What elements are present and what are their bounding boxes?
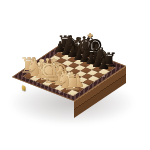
piece-white-rook[interactable]: ♜ bbox=[63, 72, 83, 94]
pieces-layer: ♜♞♝♛♚✚♝♞♜♟♟♟♟♟♟♟♟♟♟♟♟♟♟♟♟♜♞♝♛♚♝♞♜ bbox=[0, 0, 150, 150]
product-photo: ♜♞♝♛♚✚♝♞♜♟♟♟♟♟♟♟♟♟♟♟♟♟♟♟♟♜♞♝♛♚♝♞♜ bbox=[0, 0, 150, 150]
piece-black-pawn[interactable]: ♟ bbox=[97, 57, 110, 72]
